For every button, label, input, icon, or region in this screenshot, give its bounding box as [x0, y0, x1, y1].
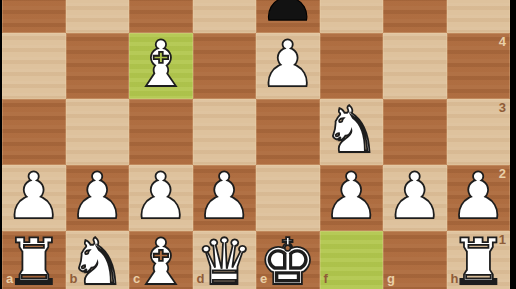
- square-h2[interactable]: ♟2: [447, 165, 511, 231]
- square-e4[interactable]: ♟: [256, 33, 320, 99]
- square-h4[interactable]: 4: [447, 33, 511, 99]
- square-b5[interactable]: [66, 0, 130, 33]
- square-f1[interactable]: f: [320, 231, 384, 289]
- white-rook-a1[interactable]: ♜: [5, 230, 62, 289]
- white-pawn-a2[interactable]: ♟: [5, 164, 62, 228]
- square-g3[interactable]: [383, 99, 447, 165]
- square-e1[interactable]: ♚e: [256, 231, 320, 289]
- square-f4[interactable]: [320, 33, 384, 99]
- square-d2[interactable]: ♟: [193, 165, 257, 231]
- file-label-e: e: [260, 272, 267, 285]
- white-pawn-f2[interactable]: ♟: [323, 164, 380, 228]
- square-b2[interactable]: ♟: [66, 165, 130, 231]
- white-pawn-d2[interactable]: ♟: [196, 164, 253, 228]
- file-label-g: g: [387, 272, 395, 285]
- chessboard-viewport: 876♟5♝♟4♞3♟♟♟♟♟♟♟2♜a♞b♝c♛d♚efg♜h1: [0, 0, 516, 289]
- square-a3[interactable]: [2, 99, 66, 165]
- square-d4[interactable]: [193, 33, 257, 99]
- white-pawn-g2[interactable]: ♟: [386, 164, 443, 228]
- square-g2[interactable]: ♟: [383, 165, 447, 231]
- white-pawn-b2[interactable]: ♟: [69, 164, 126, 228]
- square-b4[interactable]: [66, 33, 130, 99]
- white-king-e1[interactable]: ♚: [259, 230, 316, 289]
- square-a4[interactable]: [2, 33, 66, 99]
- square-c3[interactable]: [129, 99, 193, 165]
- square-e2[interactable]: [256, 165, 320, 231]
- square-b3[interactable]: [66, 99, 130, 165]
- square-d5[interactable]: [193, 0, 257, 33]
- file-label-d: d: [197, 272, 205, 285]
- file-label-f: f: [324, 272, 328, 285]
- file-label-h: h: [451, 272, 459, 285]
- square-e3[interactable]: [256, 99, 320, 165]
- square-c2[interactable]: ♟: [129, 165, 193, 231]
- chess-board[interactable]: 876♟5♝♟4♞3♟♟♟♟♟♟♟2♜a♞b♝c♛d♚efg♜h1: [2, 0, 510, 289]
- square-f3[interactable]: ♞: [320, 99, 384, 165]
- square-a1[interactable]: ♜a: [2, 231, 66, 289]
- rank-label-4: 4: [499, 35, 506, 48]
- file-label-b: b: [70, 272, 78, 285]
- square-b1[interactable]: ♞b: [66, 231, 130, 289]
- square-f2[interactable]: ♟: [320, 165, 384, 231]
- square-h3[interactable]: 3: [447, 99, 511, 165]
- square-h1[interactable]: ♜h1: [447, 231, 511, 289]
- rank-label-1: 1: [499, 233, 506, 246]
- square-g4[interactable]: [383, 33, 447, 99]
- white-bishop-c1[interactable]: ♝: [132, 230, 189, 289]
- square-f5[interactable]: [320, 0, 384, 33]
- square-h5[interactable]: 5: [447, 0, 511, 33]
- square-d3[interactable]: [193, 99, 257, 165]
- file-label-a: a: [6, 272, 13, 285]
- rank-label-2: 2: [499, 167, 506, 180]
- white-pawn-c2[interactable]: ♟: [132, 164, 189, 228]
- square-d1[interactable]: ♛d: [193, 231, 257, 289]
- square-c1[interactable]: ♝c: [129, 231, 193, 289]
- square-c4[interactable]: ♝: [129, 33, 193, 99]
- square-a5[interactable]: [2, 0, 66, 33]
- square-g1[interactable]: g: [383, 231, 447, 289]
- white-knight-f3[interactable]: ♞: [323, 98, 380, 162]
- rank-label-3: 3: [499, 101, 506, 114]
- square-a2[interactable]: ♟: [2, 165, 66, 231]
- white-pawn-e4[interactable]: ♟: [259, 32, 316, 96]
- square-g5[interactable]: [383, 0, 447, 33]
- black-pawn-e5[interactable]: ♟: [259, 0, 316, 30]
- file-label-c: c: [133, 272, 140, 285]
- white-bishop-c4[interactable]: ♝: [132, 32, 189, 96]
